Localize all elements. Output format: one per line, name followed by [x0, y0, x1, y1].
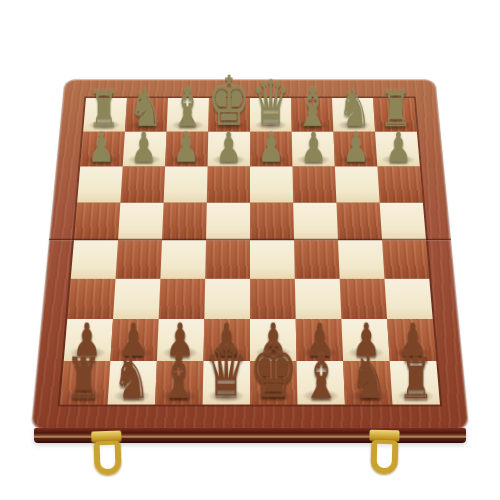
square-f8: ♝: [291, 98, 333, 132]
square-d6: [207, 166, 250, 202]
square-d1: ♛: [203, 361, 250, 405]
square-a8: ♜: [83, 98, 127, 132]
square-e7: ♟: [250, 132, 292, 167]
square-a4: [71, 240, 118, 279]
piece-near-pawn: ♟: [248, 320, 298, 361]
square-c8: ♝: [167, 98, 209, 132]
square-h3: [384, 279, 432, 319]
piece-shadow: [128, 154, 161, 165]
square-b8: ♞: [125, 98, 168, 132]
piece-shadow: [161, 389, 197, 402]
fold-seam: [49, 239, 452, 242]
square-b6: [120, 166, 165, 202]
piece-shadow: [66, 389, 103, 402]
piece-shadow: [255, 120, 287, 130]
square-g5: [336, 203, 382, 240]
piece-shadow: [130, 120, 162, 130]
square-g1: ♞: [343, 361, 392, 405]
piece-shadow: [163, 346, 199, 359]
piece-shadow: [170, 154, 203, 165]
piece-shadow: [348, 346, 384, 359]
square-a1: ♜: [60, 361, 110, 405]
square-c6: [164, 166, 208, 202]
square-a2: ♟: [64, 319, 113, 361]
piece-shadow: [339, 154, 372, 165]
piece-shadow: [70, 346, 106, 359]
square-c5: [162, 203, 207, 240]
square-d4: [205, 240, 250, 279]
square-b2: ♟: [110, 319, 158, 361]
latch-ring: [93, 441, 121, 476]
piece-shadow: [397, 389, 434, 402]
square-a5: [74, 203, 120, 240]
square-g3: [340, 279, 387, 319]
square-g2: ♟: [341, 319, 389, 361]
square-b4: [116, 240, 162, 279]
piece-shadow: [303, 389, 339, 402]
piece-shadow: [213, 154, 245, 165]
square-d3: [204, 279, 250, 319]
square-b1: ♞: [108, 361, 157, 405]
square-g8: ♞: [332, 98, 375, 132]
piece-near-pawn: ♟: [388, 320, 438, 361]
square-g4: [338, 240, 384, 279]
piece-shadow: [382, 154, 415, 165]
piece-shadow: [209, 346, 244, 359]
latch-left: [89, 430, 125, 479]
square-f1: ♝: [297, 361, 345, 405]
latch-right: [366, 430, 401, 479]
piece-shadow: [394, 346, 430, 359]
square-h1: ♜: [390, 361, 440, 405]
square-h5: [380, 203, 426, 240]
piece-shadow: [256, 346, 291, 359]
square-e6: [250, 166, 293, 202]
piece-shadow: [302, 346, 338, 359]
square-d8: ♚: [208, 98, 250, 132]
square-d7: ♟: [208, 132, 250, 167]
piece-shadow: [113, 389, 150, 402]
piece-near-pawn: ♟: [62, 320, 112, 361]
square-c1: ♝: [155, 361, 203, 405]
square-f3: [295, 279, 342, 319]
square-g6: [335, 166, 380, 202]
square-d2: ♟: [203, 319, 250, 361]
square-e5: [250, 203, 294, 240]
square-a7: ♟: [80, 132, 125, 167]
square-c3: [159, 279, 206, 319]
square-e2: ♟: [250, 319, 297, 361]
square-b5: [118, 203, 164, 240]
product-photo: ♜♞♝♚♛♝♞♜♟♟♟♟♟♟♟♟♟♟♟♟♟♟♟♟♜♞♝♛♚♝♞♜: [0, 0, 500, 500]
square-c4: [160, 240, 206, 279]
square-e4: [250, 240, 295, 279]
square-f5: [293, 203, 338, 240]
square-h6: [377, 166, 423, 202]
square-h8: ♜: [373, 98, 417, 132]
piece-near-pawn: ♟: [295, 320, 345, 361]
square-h2: ♟: [387, 319, 436, 361]
square-a3: [67, 279, 115, 319]
square-e8: ♛: [250, 98, 292, 132]
piece-shadow: [350, 389, 387, 402]
square-f2: ♟: [296, 319, 343, 361]
piece-shadow: [172, 120, 204, 130]
latch-ring: [370, 440, 398, 475]
piece-shadow: [297, 154, 330, 165]
chess-board: ♜♞♝♚♛♝♞♜♟♟♟♟♟♟♟♟♟♟♟♟♟♟♟♟♜♞♝♛♚♝♞♜: [32, 80, 468, 429]
piece-near-pawn: ♟: [155, 320, 205, 361]
piece-shadow: [379, 120, 411, 130]
square-c2: ♟: [157, 319, 204, 361]
piece-shadow: [116, 346, 152, 359]
piece-shadow: [296, 120, 328, 130]
square-f4: [294, 240, 340, 279]
square-g7: ♟: [333, 132, 377, 167]
square-e3: [250, 279, 296, 319]
square-h7: ♟: [375, 132, 420, 167]
square-f7: ♟: [292, 132, 335, 167]
board-grid: ♜♞♝♚♛♝♞♜♟♟♟♟♟♟♟♟♟♟♟♟♟♟♟♟♜♞♝♛♚♝♞♜: [60, 98, 440, 404]
square-b7: ♟: [123, 132, 167, 167]
square-c7: ♟: [165, 132, 208, 167]
square-b3: [113, 279, 160, 319]
piece-far-king: ♚: [207, 70, 252, 131]
square-a6: [77, 166, 123, 202]
square-f6: [292, 166, 336, 202]
piece-shadow: [88, 120, 120, 130]
piece-shadow: [213, 120, 245, 130]
square-e1: ♚: [250, 361, 297, 405]
square-h4: [382, 240, 429, 279]
piece-near-pawn: ♟: [341, 320, 391, 361]
piece-shadow: [208, 389, 244, 402]
piece-shadow: [85, 154, 118, 165]
piece-shadow: [255, 154, 287, 165]
piece-shadow: [256, 389, 292, 402]
board-frame: ♜♞♝♚♛♝♞♜♟♟♟♟♟♟♟♟♟♟♟♟♟♟♟♟♜♞♝♛♚♝♞♜: [32, 80, 468, 429]
piece-near-pawn: ♟: [108, 320, 158, 361]
piece-shadow: [338, 120, 370, 130]
piece-near-pawn: ♟: [202, 320, 252, 361]
square-d5: [206, 203, 250, 240]
